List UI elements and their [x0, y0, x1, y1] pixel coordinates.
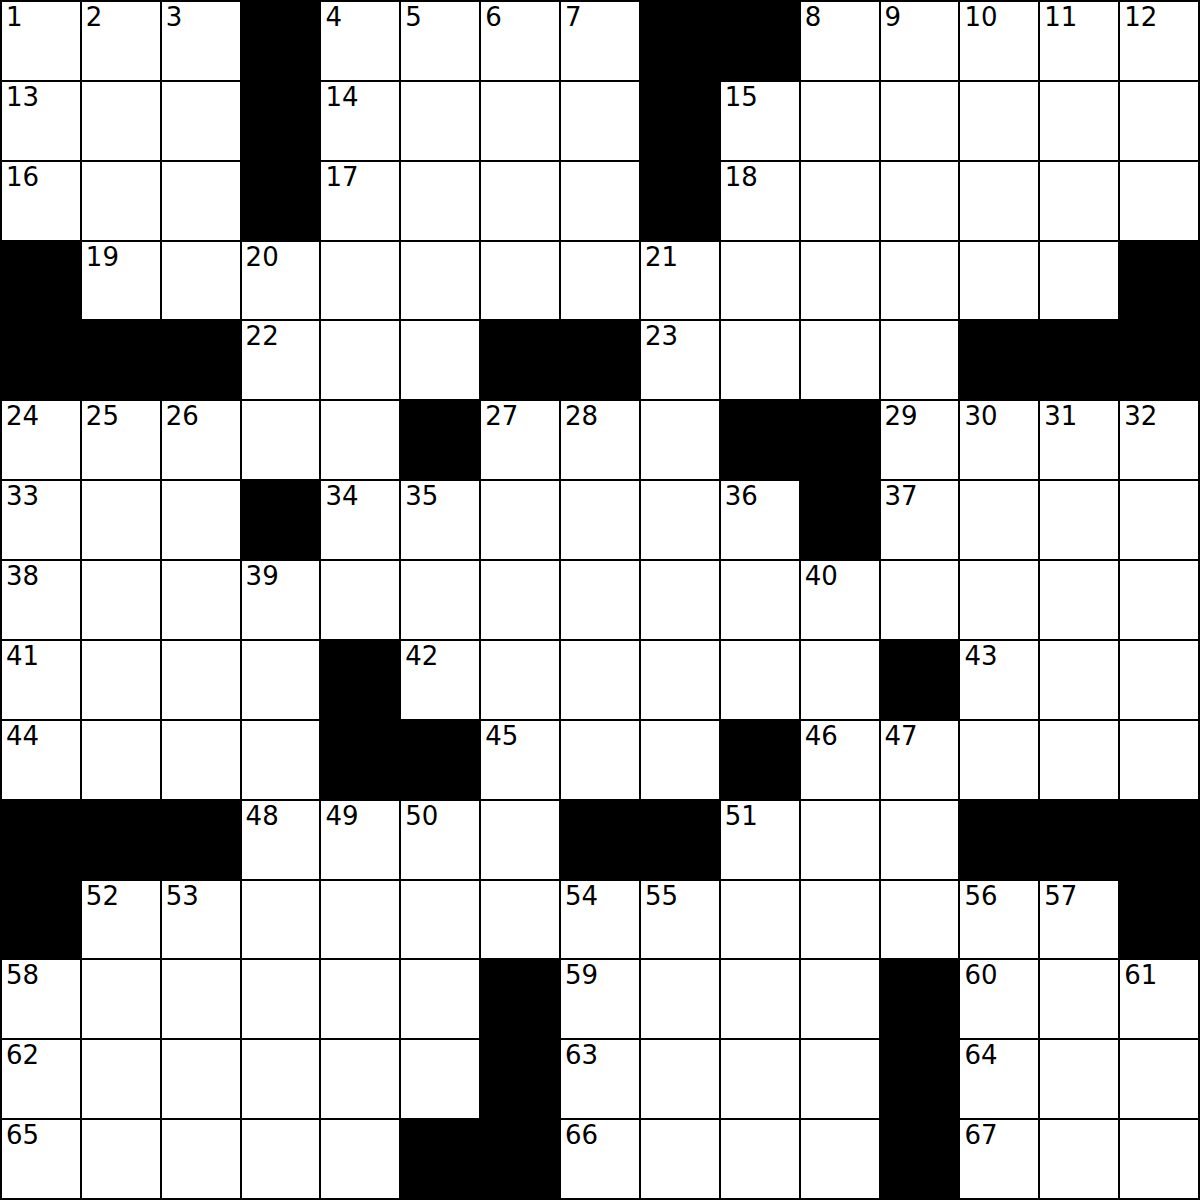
- cell-r13c14[interactable]: [1039, 959, 1119, 1039]
- cell-r12c9[interactable]: 55: [640, 880, 720, 960]
- black-cell-r5c13: [959, 320, 1039, 400]
- cell-r10c15[interactable]: [1119, 720, 1199, 800]
- cell-r7c10[interactable]: 36: [720, 480, 800, 560]
- cell-r7c3[interactable]: [161, 480, 241, 560]
- cell-r4c5[interactable]: [320, 241, 400, 321]
- cell-r6c9[interactable]: [640, 400, 720, 480]
- cell-r9c13[interactable]: 43: [959, 640, 1039, 720]
- cell-r12c7[interactable]: [480, 880, 560, 960]
- cell-r2c5[interactable]: 14: [320, 81, 400, 161]
- cell-r5c10[interactable]: [720, 320, 800, 400]
- black-cell-r11c8: [560, 800, 640, 880]
- clue-number: 30: [964, 403, 997, 430]
- cell-r4c10[interactable]: [720, 241, 800, 321]
- black-cell-r11c1: [1, 800, 81, 880]
- cell-r13c10[interactable]: [720, 959, 800, 1039]
- cell-r3c7[interactable]: [480, 161, 560, 241]
- cell-r6c13[interactable]: 30: [959, 400, 1039, 480]
- cell-r1c13[interactable]: 10: [959, 1, 1039, 81]
- cell-r1c8[interactable]: 7: [560, 1, 640, 81]
- clue-number: 40: [805, 563, 838, 590]
- clue-number: 15: [725, 84, 758, 111]
- cell-r12c10[interactable]: [720, 880, 800, 960]
- cell-r4c13[interactable]: [959, 241, 1039, 321]
- black-cell-r11c9: [640, 800, 720, 880]
- cell-r13c8[interactable]: 59: [560, 959, 640, 1039]
- black-cell-r10c6: [400, 720, 480, 800]
- cell-r8c9[interactable]: [640, 560, 720, 640]
- black-cell-r3c4: [241, 161, 321, 241]
- cell-r7c13[interactable]: [959, 480, 1039, 560]
- cell-r5c9[interactable]: 23: [640, 320, 720, 400]
- clue-number: 5: [405, 4, 422, 31]
- cell-r14c6[interactable]: [400, 1039, 480, 1119]
- cell-r5c12[interactable]: [880, 320, 960, 400]
- clue-number: 47: [885, 723, 918, 750]
- clue-number: 36: [725, 483, 758, 510]
- clue-number: 42: [405, 643, 438, 670]
- clue-number: 8: [805, 4, 822, 31]
- cell-r2c6[interactable]: [400, 81, 480, 161]
- cell-r4c2[interactable]: 19: [81, 241, 161, 321]
- clue-number: 63: [565, 1042, 598, 1069]
- cell-r13c9[interactable]: [640, 959, 720, 1039]
- clue-number: 6: [485, 4, 502, 31]
- clue-number: 10: [964, 4, 997, 31]
- cell-r8c2[interactable]: [81, 560, 161, 640]
- cell-r10c3[interactable]: [161, 720, 241, 800]
- cell-r6c15[interactable]: 32: [1119, 400, 1199, 480]
- cell-r3c10[interactable]: 18: [720, 161, 800, 241]
- clue-number: 55: [645, 883, 678, 910]
- cell-r2c1[interactable]: 13: [1, 81, 81, 161]
- cell-r10c7[interactable]: 45: [480, 720, 560, 800]
- cell-r14c4[interactable]: [241, 1039, 321, 1119]
- cell-r14c8[interactable]: 63: [560, 1039, 640, 1119]
- cell-r3c11[interactable]: [800, 161, 880, 241]
- black-cell-r10c5: [320, 720, 400, 800]
- cell-r15c15[interactable]: [1119, 1119, 1199, 1199]
- cell-r8c6[interactable]: [400, 560, 480, 640]
- black-cell-r1c4: [241, 1, 321, 81]
- cell-r7c12[interactable]: 37: [880, 480, 960, 560]
- clue-number: 61: [1124, 962, 1157, 989]
- cell-r2c12[interactable]: [880, 81, 960, 161]
- cell-r3c8[interactable]: [560, 161, 640, 241]
- clue-number: 60: [964, 962, 997, 989]
- cell-r13c6[interactable]: [400, 959, 480, 1039]
- clue-number: 65: [6, 1122, 39, 1149]
- black-cell-r15c6: [400, 1119, 480, 1199]
- cell-r14c11[interactable]: [800, 1039, 880, 1119]
- cell-r6c1[interactable]: 24: [1, 400, 81, 480]
- clue-number: 45: [485, 723, 518, 750]
- cell-r4c9[interactable]: 21: [640, 241, 720, 321]
- cell-r4c11[interactable]: [800, 241, 880, 321]
- black-cell-r6c11: [800, 400, 880, 480]
- black-cell-r7c11: [800, 480, 880, 560]
- black-cell-r5c2: [81, 320, 161, 400]
- clue-number: 29: [885, 403, 918, 430]
- cell-r15c13[interactable]: 67: [959, 1119, 1039, 1199]
- cell-r15c1[interactable]: 65: [1, 1119, 81, 1199]
- cell-r13c13[interactable]: 60: [959, 959, 1039, 1039]
- cell-r13c4[interactable]: [241, 959, 321, 1039]
- cell-r11c5[interactable]: 49: [320, 800, 400, 880]
- cell-r2c7[interactable]: [480, 81, 560, 161]
- black-cell-r4c1: [1, 241, 81, 321]
- cell-r11c11[interactable]: [800, 800, 880, 880]
- clue-number: 66: [565, 1122, 598, 1149]
- cell-r8c3[interactable]: [161, 560, 241, 640]
- clue-number: 16: [6, 164, 39, 191]
- cell-r9c1[interactable]: 41: [1, 640, 81, 720]
- cell-r12c12[interactable]: [880, 880, 960, 960]
- cell-r14c1[interactable]: 62: [1, 1039, 81, 1119]
- cell-r15c11[interactable]: [800, 1119, 880, 1199]
- cell-r15c2[interactable]: [81, 1119, 161, 1199]
- cell-r13c1[interactable]: 58: [1, 959, 81, 1039]
- cell-r8c15[interactable]: [1119, 560, 1199, 640]
- cell-r3c14[interactable]: [1039, 161, 1119, 241]
- clue-number: 57: [1044, 883, 1077, 910]
- clue-number: 7: [565, 4, 582, 31]
- cell-r3c15[interactable]: [1119, 161, 1199, 241]
- black-cell-r5c1: [1, 320, 81, 400]
- cell-r13c5[interactable]: [320, 959, 400, 1039]
- cell-r3c2[interactable]: [81, 161, 161, 241]
- cell-r9c4[interactable]: [241, 640, 321, 720]
- cell-r12c13[interactable]: 56: [959, 880, 1039, 960]
- cell-r2c10[interactable]: 15: [720, 81, 800, 161]
- black-cell-r3c9: [640, 161, 720, 241]
- clue-number: 34: [325, 483, 358, 510]
- clue-number: 23: [645, 323, 678, 350]
- cell-r8c4[interactable]: 39: [241, 560, 321, 640]
- black-cell-r9c5: [320, 640, 400, 720]
- cell-r7c7[interactable]: [480, 480, 560, 560]
- cell-r1c11[interactable]: 8: [800, 1, 880, 81]
- black-cell-r7c4: [241, 480, 321, 560]
- clue-number: 38: [6, 563, 39, 590]
- cell-r9c3[interactable]: [161, 640, 241, 720]
- cell-r6c14[interactable]: 31: [1039, 400, 1119, 480]
- cell-r14c9[interactable]: [640, 1039, 720, 1119]
- cell-r7c9[interactable]: [640, 480, 720, 560]
- cell-r13c2[interactable]: [81, 959, 161, 1039]
- cell-r6c8[interactable]: 28: [560, 400, 640, 480]
- cell-r10c13[interactable]: [959, 720, 1039, 800]
- cell-r4c8[interactable]: [560, 241, 640, 321]
- cell-r9c15[interactable]: [1119, 640, 1199, 720]
- clue-number: 67: [964, 1122, 997, 1149]
- cell-r10c1[interactable]: 44: [1, 720, 81, 800]
- crossword-grid: 1234567891011121314151617181920212223242…: [0, 0, 1200, 1200]
- clue-number: 41: [6, 643, 39, 670]
- cell-r3c12[interactable]: [880, 161, 960, 241]
- black-cell-r12c1: [1, 880, 81, 960]
- clue-number: 22: [246, 323, 279, 350]
- cell-r8c7[interactable]: [480, 560, 560, 640]
- clue-number: 53: [166, 883, 199, 910]
- clue-number: 49: [325, 803, 358, 830]
- cell-r15c10[interactable]: [720, 1119, 800, 1199]
- cell-r12c14[interactable]: 57: [1039, 880, 1119, 960]
- clue-number: 31: [1044, 403, 1077, 430]
- cell-r15c4[interactable]: [241, 1119, 321, 1199]
- cell-r7c6[interactable]: 35: [400, 480, 480, 560]
- cell-r4c12[interactable]: [880, 241, 960, 321]
- cell-r14c15[interactable]: [1119, 1039, 1199, 1119]
- cell-r9c7[interactable]: [480, 640, 560, 720]
- clue-number: 35: [405, 483, 438, 510]
- cell-r6c7[interactable]: 27: [480, 400, 560, 480]
- black-cell-r15c7: [480, 1119, 560, 1199]
- clue-number: 50: [405, 803, 438, 830]
- clue-number: 27: [485, 403, 518, 430]
- cell-r10c11[interactable]: 46: [800, 720, 880, 800]
- clue-number: 26: [166, 403, 199, 430]
- cell-r8c12[interactable]: [880, 560, 960, 640]
- black-cell-r5c7: [480, 320, 560, 400]
- cell-r8c8[interactable]: [560, 560, 640, 640]
- clue-number: 39: [246, 563, 279, 590]
- cell-r7c15[interactable]: [1119, 480, 1199, 560]
- cell-r7c1[interactable]: 33: [1, 480, 81, 560]
- clue-number: 24: [6, 403, 39, 430]
- cell-r13c11[interactable]: [800, 959, 880, 1039]
- cell-r14c3[interactable]: [161, 1039, 241, 1119]
- cell-r10c2[interactable]: [81, 720, 161, 800]
- black-cell-r6c6: [400, 400, 480, 480]
- black-cell-r4c15: [1119, 241, 1199, 321]
- cell-r8c11[interactable]: 40: [800, 560, 880, 640]
- clue-number: 52: [86, 883, 119, 910]
- cell-r3c13[interactable]: [959, 161, 1039, 241]
- black-cell-r14c7: [480, 1039, 560, 1119]
- cell-r8c13[interactable]: [959, 560, 1039, 640]
- cell-r4c3[interactable]: [161, 241, 241, 321]
- clue-number: 32: [1124, 403, 1157, 430]
- cell-r7c2[interactable]: [81, 480, 161, 560]
- cell-r8c14[interactable]: [1039, 560, 1119, 640]
- cell-r2c8[interactable]: [560, 81, 640, 161]
- cell-r14c5[interactable]: [320, 1039, 400, 1119]
- black-cell-r11c2: [81, 800, 161, 880]
- cell-r1c7[interactable]: 6: [480, 1, 560, 81]
- clue-number: 64: [964, 1042, 997, 1069]
- black-cell-r14c12: [880, 1039, 960, 1119]
- black-cell-r5c3: [161, 320, 241, 400]
- clue-number: 51: [725, 803, 758, 830]
- clue-number: 2: [86, 4, 103, 31]
- black-cell-r15c12: [880, 1119, 960, 1199]
- cell-r7c8[interactable]: [560, 480, 640, 560]
- cell-r5c4[interactable]: 22: [241, 320, 321, 400]
- clue-number: 12: [1124, 4, 1157, 31]
- cell-r11c7[interactable]: [480, 800, 560, 880]
- cell-r11c10[interactable]: 51: [720, 800, 800, 880]
- cell-r4c6[interactable]: [400, 241, 480, 321]
- cell-r10c14[interactable]: [1039, 720, 1119, 800]
- cell-r5c6[interactable]: [400, 320, 480, 400]
- black-cell-r12c15: [1119, 880, 1199, 960]
- clue-number: 1: [6, 4, 23, 31]
- cell-r12c3[interactable]: 53: [161, 880, 241, 960]
- black-cell-r9c12: [880, 640, 960, 720]
- cell-r14c14[interactable]: [1039, 1039, 1119, 1119]
- cell-r6c12[interactable]: 29: [880, 400, 960, 480]
- clue-number: 20: [246, 244, 279, 271]
- cell-r9c6[interactable]: 42: [400, 640, 480, 720]
- clue-number: 28: [565, 403, 598, 430]
- cell-r10c8[interactable]: [560, 720, 640, 800]
- cell-r1c14[interactable]: 11: [1039, 1, 1119, 81]
- cell-r8c5[interactable]: [320, 560, 400, 640]
- cell-r2c2[interactable]: [81, 81, 161, 161]
- cell-r11c4[interactable]: 48: [241, 800, 321, 880]
- cell-r2c14[interactable]: [1039, 81, 1119, 161]
- cell-r12c5[interactable]: [320, 880, 400, 960]
- black-cell-r1c9: [640, 1, 720, 81]
- clue-number: 17: [325, 164, 358, 191]
- black-cell-r2c4: [241, 81, 321, 161]
- black-cell-r5c8: [560, 320, 640, 400]
- cell-r9c10[interactable]: [720, 640, 800, 720]
- cell-r12c8[interactable]: 54: [560, 880, 640, 960]
- cell-r15c8[interactable]: 66: [560, 1119, 640, 1199]
- clue-number: 3: [166, 4, 183, 31]
- cell-r6c3[interactable]: 26: [161, 400, 241, 480]
- clue-number: 46: [805, 723, 838, 750]
- clue-number: 9: [885, 4, 902, 31]
- clue-number: 21: [645, 244, 678, 271]
- cell-r12c2[interactable]: 52: [81, 880, 161, 960]
- cell-r7c14[interactable]: [1039, 480, 1119, 560]
- black-cell-r11c13: [959, 800, 1039, 880]
- black-cell-r5c15: [1119, 320, 1199, 400]
- cell-r10c12[interactable]: 47: [880, 720, 960, 800]
- cell-r15c9[interactable]: [640, 1119, 720, 1199]
- clue-number: 4: [325, 4, 342, 31]
- cell-r10c4[interactable]: [241, 720, 321, 800]
- black-cell-r13c7: [480, 959, 560, 1039]
- cell-r4c14[interactable]: [1039, 241, 1119, 321]
- cell-r10c9[interactable]: [640, 720, 720, 800]
- cell-r6c4[interactable]: [241, 400, 321, 480]
- cell-r4c7[interactable]: [480, 241, 560, 321]
- cell-r2c3[interactable]: [161, 81, 241, 161]
- cell-r1c2[interactable]: 2: [81, 1, 161, 81]
- cell-r9c11[interactable]: [800, 640, 880, 720]
- clue-number: 59: [565, 962, 598, 989]
- cell-r13c15[interactable]: 61: [1119, 959, 1199, 1039]
- clue-number: 43: [964, 643, 997, 670]
- clue-number: 11: [1044, 4, 1077, 31]
- cell-r14c2[interactable]: [81, 1039, 161, 1119]
- cell-r12c6[interactable]: [400, 880, 480, 960]
- cell-r14c10[interactable]: [720, 1039, 800, 1119]
- black-cell-r13c12: [880, 959, 960, 1039]
- clue-number: 19: [86, 244, 119, 271]
- cell-r9c9[interactable]: [640, 640, 720, 720]
- cell-r3c6[interactable]: [400, 161, 480, 241]
- cell-r4c4[interactable]: 20: [241, 241, 321, 321]
- cell-r8c1[interactable]: 38: [1, 560, 81, 640]
- cell-r1c3[interactable]: 3: [161, 1, 241, 81]
- clue-number: 58: [6, 962, 39, 989]
- cell-r7c5[interactable]: 34: [320, 480, 400, 560]
- cell-r8c10[interactable]: [720, 560, 800, 640]
- clue-number: 25: [86, 403, 119, 430]
- clue-number: 44: [6, 723, 39, 750]
- black-cell-r2c9: [640, 81, 720, 161]
- clue-number: 48: [246, 803, 279, 830]
- cell-r1c15[interactable]: 12: [1119, 1, 1199, 81]
- clue-number: 37: [885, 483, 918, 510]
- cell-r14c13[interactable]: 64: [959, 1039, 1039, 1119]
- cell-r9c8[interactable]: [560, 640, 640, 720]
- clue-number: 33: [6, 483, 39, 510]
- cell-r12c11[interactable]: [800, 880, 880, 960]
- cell-r11c12[interactable]: [880, 800, 960, 880]
- black-cell-r11c15: [1119, 800, 1199, 880]
- clue-number: 18: [725, 164, 758, 191]
- cell-r9c2[interactable]: [81, 640, 161, 720]
- cell-r9c14[interactable]: [1039, 640, 1119, 720]
- cell-r1c12[interactable]: 9: [880, 1, 960, 81]
- cell-r11c6[interactable]: 50: [400, 800, 480, 880]
- cell-r3c1[interactable]: 16: [1, 161, 81, 241]
- cell-r15c3[interactable]: [161, 1119, 241, 1199]
- black-cell-r6c10: [720, 400, 800, 480]
- cell-r5c11[interactable]: [800, 320, 880, 400]
- black-cell-r5c14: [1039, 320, 1119, 400]
- black-cell-r10c10: [720, 720, 800, 800]
- clue-number: 14: [325, 84, 358, 111]
- cell-r2c13[interactable]: [959, 81, 1039, 161]
- clue-number: 62: [6, 1042, 39, 1069]
- cell-r6c5[interactable]: [320, 400, 400, 480]
- cell-r15c5[interactable]: [320, 1119, 400, 1199]
- cell-r13c3[interactable]: [161, 959, 241, 1039]
- black-cell-r1c10: [720, 1, 800, 81]
- black-cell-r11c14: [1039, 800, 1119, 880]
- cell-r6c2[interactable]: 25: [81, 400, 161, 480]
- cell-r12c4[interactable]: [241, 880, 321, 960]
- cell-r1c1[interactable]: 1: [1, 1, 81, 81]
- cell-r15c14[interactable]: [1039, 1119, 1119, 1199]
- cell-r5c5[interactable]: [320, 320, 400, 400]
- cell-r1c5[interactable]: 4: [320, 1, 400, 81]
- cell-r2c15[interactable]: [1119, 81, 1199, 161]
- cell-r3c5[interactable]: 17: [320, 161, 400, 241]
- cell-r2c11[interactable]: [800, 81, 880, 161]
- clue-number: 13: [6, 84, 39, 111]
- clue-number: 54: [565, 883, 598, 910]
- cell-r3c3[interactable]: [161, 161, 241, 241]
- clue-number: 56: [964, 883, 997, 910]
- black-cell-r11c3: [161, 800, 241, 880]
- cell-r1c6[interactable]: 5: [400, 1, 480, 81]
